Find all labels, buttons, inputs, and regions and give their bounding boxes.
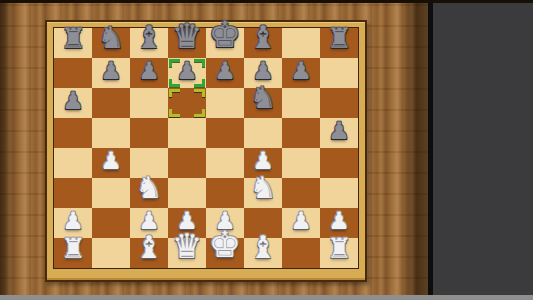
piece-black-K-e8[interactable]: ♚ bbox=[206, 10, 244, 58]
cursor-bracket-d6 bbox=[168, 88, 206, 118]
square-b2[interactable] bbox=[92, 208, 130, 238]
piece-white-Q-d1[interactable]: ♛ bbox=[168, 222, 206, 268]
square-e6[interactable] bbox=[206, 88, 244, 118]
side-panel bbox=[428, 0, 533, 300]
piece-black-R-a8[interactable]: ♜ bbox=[54, 18, 92, 58]
square-a5[interactable] bbox=[54, 118, 92, 148]
piece-black-P-b7[interactable]: ♟ bbox=[92, 52, 130, 88]
piece-white-N-f3[interactable]: ♞ bbox=[244, 166, 282, 208]
square-g4[interactable] bbox=[282, 148, 320, 178]
square-a4[interactable] bbox=[54, 148, 92, 178]
screen-top-edge bbox=[0, 0, 533, 3]
square-c6[interactable] bbox=[130, 88, 168, 118]
piece-white-R-a1[interactable]: ♜ bbox=[54, 228, 92, 268]
chess-board[interactable]: ♜♞♝♛♚♝♜♟♟♟♟♟♟♟♞♟♟♟♞♞♟♟♟♟♟♟♜♝♛♚♝♜ bbox=[53, 27, 359, 269]
square-c5[interactable] bbox=[130, 118, 168, 148]
square-b3[interactable] bbox=[92, 178, 130, 208]
square-b6[interactable] bbox=[92, 88, 130, 118]
piece-black-P-a6[interactable]: ♟ bbox=[54, 82, 92, 118]
cursor-corner bbox=[169, 109, 180, 117]
square-e4[interactable] bbox=[206, 148, 244, 178]
cursor-corner bbox=[169, 89, 180, 97]
piece-white-B-c1[interactable]: ♝ bbox=[130, 225, 168, 268]
square-g1[interactable] bbox=[282, 238, 320, 268]
square-d4[interactable] bbox=[168, 148, 206, 178]
square-e5[interactable] bbox=[206, 118, 244, 148]
piece-white-P-g2[interactable]: ♟ bbox=[282, 202, 320, 238]
chess-board-frame: ♜♞♝♛♚♝♜♟♟♟♟♟♟♟♞♟♟♟♞♞♟♟♟♟♟♟♜♝♛♚♝♜ bbox=[45, 20, 367, 282]
piece-black-P-c7[interactable]: ♟ bbox=[130, 52, 168, 88]
piece-black-P-d7[interactable]: ♟ bbox=[168, 52, 206, 88]
piece-black-P-h5[interactable]: ♟ bbox=[320, 112, 358, 148]
piece-white-P-b4[interactable]: ♟ bbox=[92, 142, 130, 178]
piece-white-B-f1[interactable]: ♝ bbox=[244, 225, 282, 268]
piece-black-P-g7[interactable]: ♟ bbox=[282, 52, 320, 88]
cursor-corner bbox=[194, 89, 205, 97]
square-d5[interactable] bbox=[168, 118, 206, 148]
screen-bottom-edge bbox=[0, 295, 533, 300]
game-screen: ♜♞♝♛♚♝♜♟♟♟♟♟♟♟♞♟♟♟♞♞♟♟♟♟♟♟♜♝♛♚♝♜ bbox=[0, 0, 533, 300]
square-h7[interactable] bbox=[320, 58, 358, 88]
square-g6[interactable] bbox=[282, 88, 320, 118]
piece-black-N-f6[interactable]: ♞ bbox=[244, 76, 282, 118]
piece-black-R-h8[interactable]: ♜ bbox=[320, 18, 358, 58]
cursor-corner bbox=[194, 109, 205, 117]
square-h4[interactable] bbox=[320, 148, 358, 178]
square-g5[interactable] bbox=[282, 118, 320, 148]
piece-black-P-e7[interactable]: ♟ bbox=[206, 52, 244, 88]
piece-white-R-h1[interactable]: ♜ bbox=[320, 228, 358, 268]
piece-white-K-e1[interactable]: ♚ bbox=[206, 220, 244, 268]
square-b1[interactable] bbox=[92, 238, 130, 268]
